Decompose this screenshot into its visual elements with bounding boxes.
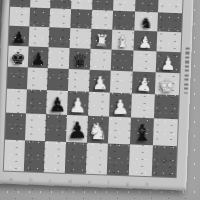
- square-b1: [24, 140, 45, 172]
- square-g1: [129, 144, 153, 176]
- board-frame: ♞♟♜♝♟♚♟♛♟♟♟♚♟♟♟♟♞♝⚜ a b c d e f g h: [0, 0, 194, 191]
- square-e1: [86, 143, 108, 175]
- square-g3: [131, 93, 155, 118]
- white-knight-e2: ♞: [87, 120, 108, 144]
- square-g5: [133, 50, 157, 72]
- black-pawn-c3: ♟: [48, 94, 66, 114]
- square-f1: [107, 144, 130, 176]
- square-c6: [49, 27, 71, 48]
- square-e3: [88, 92, 110, 117]
- square-h2: [153, 118, 178, 146]
- black-knight-g7: ♞: [139, 15, 154, 31]
- white-pawn-g4: ♟: [135, 75, 153, 94]
- square-d1: [65, 142, 87, 174]
- chess-board: ♞♟♜♝♟♚♟♛♟♟♟♚♟♟♟♟♞♝⚜: [4, 0, 183, 177]
- square-g4: ♟: [132, 71, 156, 94]
- square-d4: [68, 69, 90, 92]
- square-e2: ♞: [87, 116, 109, 144]
- maker-mark: [184, 47, 190, 93]
- square-g7: ♞: [134, 11, 158, 31]
- square-g6: ♟: [134, 30, 158, 51]
- square-c1: [44, 141, 66, 173]
- square-f6: ♝: [112, 30, 135, 51]
- black-king-a5: ♚: [10, 50, 25, 67]
- square-d6: [70, 28, 92, 49]
- square-b7: [29, 7, 50, 27]
- square-d5: ♛: [69, 48, 91, 70]
- square-b5: ♟: [28, 46, 49, 68]
- square-h8: [158, 0, 183, 13]
- square-g2: ♝: [130, 117, 154, 145]
- square-h1: ⚜: [152, 145, 177, 177]
- square-b3: [26, 89, 47, 114]
- white-king-h4: ♚: [159, 77, 175, 95]
- white-pawn-d3: ♟: [69, 95, 88, 116]
- square-b2: [25, 113, 46, 141]
- square-a5: ♚: [8, 46, 29, 68]
- black-pawn-b5: ♟: [30, 51, 46, 69]
- square-c4: [47, 68, 69, 91]
- corner-emblem: ⚜: [160, 156, 169, 166]
- black-pawn-d2: ♟: [66, 119, 87, 142]
- white-pawn-f3: ♟: [111, 97, 129, 117]
- square-c3: ♟: [46, 90, 68, 115]
- black-pawn-a6: ♟: [11, 30, 26, 47]
- file-coordinates: a b c d e f g h: [9, 176, 179, 189]
- square-g8: [135, 0, 159, 12]
- square-h7: [157, 12, 182, 32]
- square-f2: [108, 117, 131, 145]
- square-a7: [9, 7, 30, 27]
- black-queen-d5: ♛: [72, 52, 87, 69]
- square-a2: [5, 113, 26, 141]
- square-b6: [29, 26, 50, 47]
- square-c7: [49, 8, 71, 28]
- square-b4: [27, 67, 48, 90]
- square-h3: [154, 94, 179, 119]
- square-h6: [157, 31, 182, 52]
- white-pawn-h5: ♟: [160, 56, 176, 74]
- square-h4: ♚: [155, 72, 180, 95]
- square-a3: [6, 89, 27, 114]
- square-e4: ♟: [89, 70, 111, 93]
- square-d3: ♟: [67, 91, 89, 116]
- black-bishop-g2: ♝: [131, 122, 152, 145]
- square-a4: [7, 67, 28, 90]
- square-f4: [110, 71, 133, 94]
- square-e6: ♜: [91, 29, 113, 50]
- white-pawn-e4: ♟: [92, 74, 108, 92]
- square-e7: [91, 10, 113, 30]
- square-c2: [45, 114, 67, 142]
- white-rook-e6: ♜: [93, 33, 109, 50]
- square-a1: [4, 140, 25, 172]
- square-f8: [113, 0, 136, 11]
- square-e5: [90, 49, 112, 71]
- square-f3: ♟: [109, 93, 132, 118]
- square-h5: ♟: [156, 51, 181, 73]
- square-c5: [48, 47, 70, 69]
- square-f7: [112, 11, 135, 31]
- white-bishop-f6: ♝: [116, 34, 131, 50]
- white-pawn-g6: ♟: [138, 35, 153, 52]
- square-a6: ♟: [9, 26, 30, 47]
- square-f5: [111, 50, 134, 72]
- square-d2: ♟: [66, 115, 88, 143]
- chessboard-photo: ♞♟♜♝♟♚♟♛♟♟♟♚♟♟♟♟♞♝⚜ a b c d e f g h: [0, 0, 200, 200]
- square-d7: [70, 9, 92, 29]
